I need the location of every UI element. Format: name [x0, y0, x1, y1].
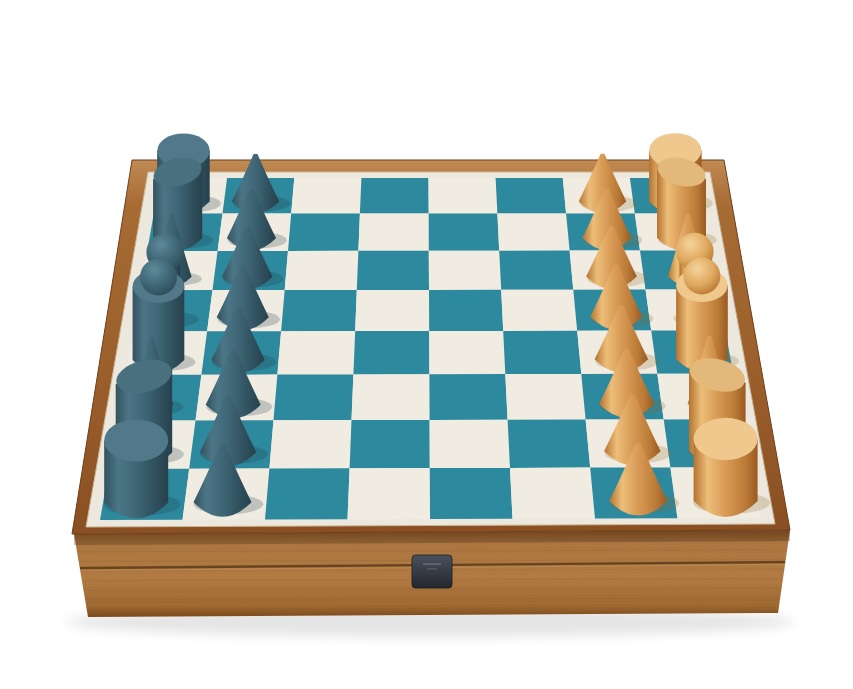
box-clasp[interactable]	[412, 555, 452, 588]
square-g6[interactable]	[269, 420, 351, 468]
square-h3[interactable]	[510, 468, 595, 519]
scene	[0, 0, 853, 689]
square-c3[interactable]	[499, 251, 573, 290]
square-b4[interactable]	[429, 214, 500, 251]
square-a6[interactable]	[291, 178, 361, 214]
clasp-emboss	[423, 563, 441, 565]
square-b6[interactable]	[288, 214, 360, 251]
square-h5[interactable]	[348, 468, 431, 519]
square-d4[interactable]	[429, 290, 503, 331]
chess-set-photo	[0, 0, 853, 689]
square-f4[interactable]	[429, 374, 507, 420]
square-c5[interactable]	[357, 251, 429, 290]
square-g4[interactable]	[430, 420, 510, 468]
square-g5[interactable]	[350, 420, 430, 468]
square-f5[interactable]	[352, 374, 430, 420]
square-d5[interactable]	[355, 290, 429, 331]
square-d3[interactable]	[501, 290, 577, 331]
square-f6[interactable]	[274, 374, 354, 420]
square-c6[interactable]	[285, 251, 359, 290]
square-h4[interactable]	[430, 468, 513, 519]
square-c4[interactable]	[429, 251, 501, 290]
square-e6[interactable]	[277, 331, 355, 375]
clasp-emboss	[427, 568, 437, 570]
square-b5[interactable]	[358, 214, 428, 251]
square-f3[interactable]	[505, 374, 585, 420]
square-e4[interactable]	[429, 331, 505, 374]
square-h6[interactable]	[265, 468, 350, 519]
square-e3[interactable]	[503, 331, 581, 374]
square-b3[interactable]	[497, 214, 569, 251]
square-a3[interactable]	[496, 178, 566, 214]
square-e5[interactable]	[353, 331, 429, 374]
square-d6[interactable]	[281, 290, 357, 331]
board	[0, 0, 853, 689]
square-a4[interactable]	[429, 178, 498, 214]
square-a5[interactable]	[360, 178, 429, 214]
square-g3[interactable]	[508, 420, 591, 468]
